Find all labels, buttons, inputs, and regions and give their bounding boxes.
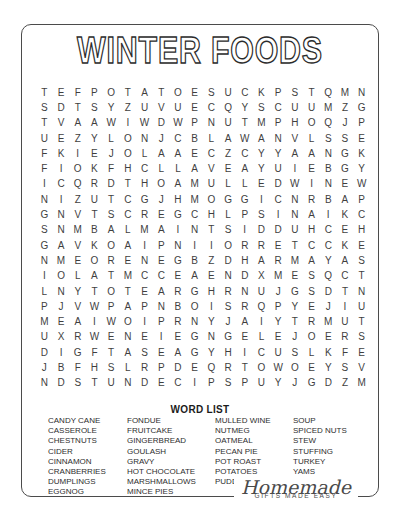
grid-cell[interactable]: I bbox=[86, 315, 103, 330]
grid-cell[interactable]: B bbox=[186, 253, 203, 268]
grid-cell[interactable]: V bbox=[69, 207, 86, 222]
grid-cell[interactable]: A bbox=[103, 223, 120, 238]
grid-cell[interactable]: W bbox=[136, 116, 153, 131]
grid-cell[interactable]: E bbox=[253, 177, 270, 192]
grid-cell[interactable]: T bbox=[120, 177, 137, 192]
grid-cell[interactable]: N bbox=[186, 315, 203, 330]
grid-cell[interactable]: E bbox=[153, 345, 170, 360]
grid-cell[interactable]: G bbox=[236, 192, 253, 207]
grid-cell[interactable]: A bbox=[170, 146, 187, 161]
grid-cell[interactable]: C bbox=[270, 192, 287, 207]
grid-cell[interactable]: L bbox=[120, 223, 137, 238]
grid-cell[interactable]: I bbox=[36, 269, 53, 284]
grid-cell[interactable]: W bbox=[86, 299, 103, 314]
grid-cell[interactable]: E bbox=[53, 131, 70, 146]
grid-cell[interactable]: T bbox=[353, 315, 370, 330]
grid-cell[interactable]: X bbox=[53, 330, 70, 345]
grid-cell[interactable]: C bbox=[303, 238, 320, 253]
grid-cell[interactable]: E bbox=[103, 330, 120, 345]
grid-cell[interactable]: E bbox=[353, 345, 370, 360]
grid-cell[interactable]: C bbox=[136, 162, 153, 177]
grid-cell[interactable]: G bbox=[186, 330, 203, 345]
grid-cell[interactable]: O bbox=[287, 360, 304, 375]
grid-cell[interactable]: M bbox=[253, 116, 270, 131]
grid-cell[interactable]: I bbox=[303, 177, 320, 192]
grid-cell[interactable]: G bbox=[186, 345, 203, 360]
grid-cell[interactable]: M bbox=[53, 253, 70, 268]
grid-cell[interactable]: G bbox=[36, 207, 53, 222]
grid-cell[interactable]: M bbox=[353, 376, 370, 391]
grid-cell[interactable]: S bbox=[136, 345, 153, 360]
grid-cell[interactable]: S bbox=[337, 131, 354, 146]
grid-cell[interactable]: Y bbox=[287, 299, 304, 314]
grid-cell[interactable]: I bbox=[53, 162, 70, 177]
grid-cell[interactable]: E bbox=[220, 162, 237, 177]
grid-cell[interactable]: C bbox=[120, 207, 137, 222]
grid-cell[interactable]: G bbox=[136, 192, 153, 207]
grid-cell[interactable]: I bbox=[53, 192, 70, 207]
grid-cell[interactable]: C bbox=[320, 238, 337, 253]
grid-cell[interactable]: U bbox=[253, 284, 270, 299]
grid-cell[interactable]: N bbox=[320, 177, 337, 192]
grid-cell[interactable]: H bbox=[120, 162, 137, 177]
grid-cell[interactable]: M bbox=[186, 192, 203, 207]
grid-cell[interactable]: R bbox=[170, 284, 187, 299]
grid-cell[interactable]: P bbox=[353, 116, 370, 131]
grid-cell[interactable]: F bbox=[69, 360, 86, 375]
grid-cell[interactable]: L bbox=[220, 207, 237, 222]
grid-cell[interactable]: T bbox=[120, 85, 137, 100]
grid-cell[interactable]: U bbox=[36, 131, 53, 146]
grid-cell[interactable]: U bbox=[220, 116, 237, 131]
grid-cell[interactable]: Q bbox=[253, 299, 270, 314]
grid-cell[interactable]: O bbox=[203, 192, 220, 207]
grid-cell[interactable]: V bbox=[153, 100, 170, 115]
grid-cell[interactable]: G bbox=[170, 253, 187, 268]
grid-cell[interactable]: R bbox=[220, 284, 237, 299]
grid-cell[interactable]: P bbox=[136, 299, 153, 314]
grid-cell[interactable]: O bbox=[303, 116, 320, 131]
grid-cell[interactable]: M bbox=[287, 253, 304, 268]
grid-cell[interactable]: A bbox=[120, 238, 137, 253]
grid-cell[interactable]: E bbox=[270, 330, 287, 345]
grid-cell[interactable]: S bbox=[337, 360, 354, 375]
grid-cell[interactable]: S bbox=[220, 376, 237, 391]
grid-cell[interactable]: I bbox=[337, 299, 354, 314]
grid-cell[interactable]: A bbox=[253, 253, 270, 268]
grid-cell[interactable]: T bbox=[236, 360, 253, 375]
grid-cell[interactable]: S bbox=[36, 100, 53, 115]
grid-cell[interactable]: O bbox=[53, 269, 70, 284]
grid-cell[interactable]: A bbox=[236, 162, 253, 177]
grid-cell[interactable]: I bbox=[320, 207, 337, 222]
grid-cell[interactable]: I bbox=[120, 116, 137, 131]
grid-cell[interactable]: S bbox=[353, 253, 370, 268]
grid-cell[interactable]: A bbox=[153, 223, 170, 238]
grid-cell[interactable]: S bbox=[69, 376, 86, 391]
grid-cell[interactable]: T bbox=[236, 116, 253, 131]
grid-cell[interactable]: V bbox=[69, 299, 86, 314]
grid-cell[interactable]: I bbox=[203, 238, 220, 253]
grid-cell[interactable]: C bbox=[337, 269, 354, 284]
grid-cell[interactable]: T bbox=[303, 85, 320, 100]
grid-cell[interactable]: G bbox=[220, 192, 237, 207]
grid-cell[interactable]: S bbox=[220, 299, 237, 314]
grid-cell[interactable]: L bbox=[103, 131, 120, 146]
grid-cell[interactable]: R bbox=[236, 299, 253, 314]
grid-cell[interactable]: Y bbox=[203, 315, 220, 330]
grid-cell[interactable]: W bbox=[353, 177, 370, 192]
word-search-grid[interactable]: TEFPOTATOESUCKPSTQMNSDTSYZUVUECQYSCUUMZG… bbox=[36, 85, 370, 391]
grid-cell[interactable]: S bbox=[220, 223, 237, 238]
grid-cell[interactable]: E bbox=[136, 330, 153, 345]
grid-cell[interactable]: N bbox=[287, 207, 304, 222]
grid-cell[interactable]: U bbox=[303, 100, 320, 115]
grid-cell[interactable]: I bbox=[287, 162, 304, 177]
grid-cell[interactable]: S bbox=[303, 284, 320, 299]
grid-cell[interactable]: I bbox=[253, 315, 270, 330]
grid-cell[interactable]: N bbox=[53, 207, 70, 222]
grid-cell[interactable]: F bbox=[86, 345, 103, 360]
grid-cell[interactable]: W bbox=[170, 116, 187, 131]
grid-cell[interactable]: D bbox=[270, 177, 287, 192]
grid-cell[interactable]: C bbox=[203, 100, 220, 115]
grid-cell[interactable]: I bbox=[253, 192, 270, 207]
grid-cell[interactable]: A bbox=[136, 85, 153, 100]
grid-cell[interactable]: G bbox=[287, 284, 304, 299]
grid-cell[interactable]: J bbox=[320, 299, 337, 314]
grid-cell[interactable]: O bbox=[120, 146, 137, 161]
grid-cell[interactable]: G bbox=[337, 162, 354, 177]
grid-cell[interactable]: E bbox=[53, 85, 70, 100]
grid-cell[interactable]: M bbox=[36, 315, 53, 330]
grid-cell[interactable]: T bbox=[337, 284, 354, 299]
grid-cell[interactable]: K bbox=[337, 207, 354, 222]
grid-cell[interactable]: I bbox=[203, 299, 220, 314]
grid-cell[interactable]: E bbox=[153, 376, 170, 391]
grid-cell[interactable]: J bbox=[153, 192, 170, 207]
grid-cell[interactable]: Y bbox=[236, 100, 253, 115]
grid-cell[interactable]: I bbox=[186, 238, 203, 253]
grid-cell[interactable]: R bbox=[103, 253, 120, 268]
grid-cell[interactable]: M bbox=[337, 85, 354, 100]
grid-cell[interactable]: N bbox=[220, 269, 237, 284]
grid-cell[interactable]: T bbox=[69, 100, 86, 115]
grid-cell[interactable]: W bbox=[103, 315, 120, 330]
grid-cell[interactable]: S bbox=[353, 330, 370, 345]
grid-cell[interactable]: C bbox=[170, 131, 187, 146]
grid-cell[interactable]: P bbox=[186, 116, 203, 131]
grid-cell[interactable]: N bbox=[153, 299, 170, 314]
grid-cell[interactable]: E bbox=[320, 330, 337, 345]
grid-cell[interactable]: O bbox=[120, 131, 137, 146]
grid-cell[interactable]: P bbox=[86, 85, 103, 100]
grid-cell[interactable]: Z bbox=[120, 100, 137, 115]
grid-cell[interactable]: J bbox=[53, 299, 70, 314]
grid-cell[interactable]: O bbox=[103, 85, 120, 100]
grid-cell[interactable]: K bbox=[337, 238, 354, 253]
grid-cell[interactable]: S bbox=[303, 269, 320, 284]
grid-cell[interactable]: U bbox=[337, 315, 354, 330]
grid-cell[interactable]: N bbox=[136, 253, 153, 268]
grid-cell[interactable]: E bbox=[353, 238, 370, 253]
grid-cell[interactable]: B bbox=[86, 223, 103, 238]
grid-cell[interactable]: L bbox=[36, 284, 53, 299]
grid-cell[interactable]: A bbox=[120, 345, 137, 360]
grid-cell[interactable]: F bbox=[36, 146, 53, 161]
grid-cell[interactable]: Y bbox=[253, 146, 270, 161]
grid-cell[interactable]: V bbox=[69, 238, 86, 253]
grid-cell[interactable]: N bbox=[287, 192, 304, 207]
grid-cell[interactable]: O bbox=[303, 330, 320, 345]
grid-cell[interactable]: W bbox=[103, 116, 120, 131]
grid-cell[interactable]: Z bbox=[69, 131, 86, 146]
grid-cell[interactable]: O bbox=[153, 177, 170, 192]
grid-cell[interactable]: E bbox=[337, 177, 354, 192]
grid-cell[interactable]: A bbox=[86, 116, 103, 131]
grid-cell[interactable]: T bbox=[103, 269, 120, 284]
grid-cell[interactable]: S bbox=[103, 360, 120, 375]
grid-cell[interactable]: T bbox=[86, 284, 103, 299]
grid-cell[interactable]: E bbox=[153, 207, 170, 222]
grid-cell[interactable]: L bbox=[203, 131, 220, 146]
grid-cell[interactable]: E bbox=[337, 223, 354, 238]
grid-cell[interactable]: H bbox=[136, 177, 153, 192]
grid-cell[interactable]: R bbox=[303, 315, 320, 330]
grid-cell[interactable]: Y bbox=[320, 360, 337, 375]
grid-cell[interactable]: Y bbox=[270, 376, 287, 391]
grid-cell[interactable]: H bbox=[203, 284, 220, 299]
grid-cell[interactable]: I bbox=[53, 345, 70, 360]
grid-cell[interactable]: E bbox=[186, 85, 203, 100]
grid-cell[interactable]: Z bbox=[203, 253, 220, 268]
grid-cell[interactable]: O bbox=[253, 360, 270, 375]
grid-cell[interactable]: O bbox=[120, 315, 137, 330]
grid-cell[interactable]: K bbox=[320, 345, 337, 360]
grid-cell[interactable]: T bbox=[86, 207, 103, 222]
grid-cell[interactable]: M bbox=[136, 223, 153, 238]
grid-cell[interactable]: A bbox=[53, 238, 70, 253]
grid-cell[interactable]: D bbox=[36, 345, 53, 360]
grid-cell[interactable]: Q bbox=[220, 100, 237, 115]
grid-cell[interactable]: D bbox=[220, 253, 237, 268]
grid-cell[interactable]: O bbox=[170, 85, 187, 100]
grid-cell[interactable]: M bbox=[320, 315, 337, 330]
grid-cell[interactable]: A bbox=[253, 131, 270, 146]
grid-cell[interactable]: Q bbox=[203, 360, 220, 375]
grid-cell[interactable]: A bbox=[186, 162, 203, 177]
grid-cell[interactable]: K bbox=[53, 146, 70, 161]
grid-cell[interactable]: E bbox=[136, 284, 153, 299]
grid-cell[interactable]: A bbox=[186, 269, 203, 284]
grid-cell[interactable]: M bbox=[270, 269, 287, 284]
grid-cell[interactable]: D bbox=[270, 223, 287, 238]
grid-cell[interactable]: C bbox=[253, 345, 270, 360]
grid-cell[interactable]: C bbox=[120, 192, 137, 207]
grid-cell[interactable]: C bbox=[170, 376, 187, 391]
grid-cell[interactable]: L bbox=[170, 162, 187, 177]
grid-cell[interactable]: U bbox=[270, 345, 287, 360]
grid-cell[interactable]: F bbox=[337, 345, 354, 360]
grid-cell[interactable]: L bbox=[120, 360, 137, 375]
grid-cell[interactable]: L bbox=[253, 330, 270, 345]
grid-cell[interactable]: A bbox=[337, 253, 354, 268]
grid-cell[interactable]: T bbox=[203, 223, 220, 238]
grid-cell[interactable]: A bbox=[86, 269, 103, 284]
grid-cell[interactable]: J bbox=[287, 376, 304, 391]
grid-cell[interactable]: G bbox=[69, 345, 86, 360]
grid-cell[interactable]: P bbox=[353, 192, 370, 207]
grid-cell[interactable]: C bbox=[236, 146, 253, 161]
grid-cell[interactable]: E bbox=[270, 238, 287, 253]
grid-cell[interactable]: E bbox=[303, 360, 320, 375]
grid-cell[interactable]: N bbox=[270, 131, 287, 146]
grid-cell[interactable]: R bbox=[86, 177, 103, 192]
grid-cell[interactable]: G bbox=[170, 207, 187, 222]
grid-cell[interactable]: R bbox=[136, 207, 153, 222]
grid-cell[interactable]: Z bbox=[337, 376, 354, 391]
grid-cell[interactable]: E bbox=[53, 315, 70, 330]
grid-cell[interactable]: R bbox=[253, 238, 270, 253]
grid-cell[interactable]: R bbox=[270, 253, 287, 268]
grid-cell[interactable]: P bbox=[236, 376, 253, 391]
grid-cell[interactable]: C bbox=[236, 85, 253, 100]
grid-cell[interactable]: Y bbox=[103, 100, 120, 115]
grid-cell[interactable]: O bbox=[220, 238, 237, 253]
grid-cell[interactable]: A bbox=[170, 177, 187, 192]
grid-cell[interactable]: Y bbox=[353, 162, 370, 177]
grid-cell[interactable]: T bbox=[36, 116, 53, 131]
grid-cell[interactable]: E bbox=[186, 100, 203, 115]
grid-cell[interactable]: U bbox=[270, 162, 287, 177]
grid-cell[interactable]: U bbox=[170, 100, 187, 115]
grid-cell[interactable]: T bbox=[120, 284, 137, 299]
grid-cell[interactable]: M bbox=[320, 100, 337, 115]
grid-cell[interactable]: H bbox=[86, 360, 103, 375]
grid-cell[interactable]: H bbox=[287, 116, 304, 131]
grid-cell[interactable]: C bbox=[203, 146, 220, 161]
grid-cell[interactable]: A bbox=[303, 253, 320, 268]
grid-cell[interactable]: E bbox=[236, 330, 253, 345]
grid-cell[interactable]: B bbox=[170, 299, 187, 314]
grid-cell[interactable]: X bbox=[253, 269, 270, 284]
grid-cell[interactable]: N bbox=[36, 253, 53, 268]
grid-cell[interactable]: I bbox=[186, 376, 203, 391]
grid-cell[interactable]: D bbox=[136, 376, 153, 391]
grid-cell[interactable]: E bbox=[86, 146, 103, 161]
grid-cell[interactable]: K bbox=[86, 162, 103, 177]
grid-cell[interactable]: S bbox=[253, 100, 270, 115]
grid-cell[interactable]: Z bbox=[69, 192, 86, 207]
grid-cell[interactable]: N bbox=[186, 223, 203, 238]
grid-cell[interactable]: N bbox=[136, 131, 153, 146]
grid-cell[interactable]: O bbox=[103, 238, 120, 253]
grid-cell[interactable]: E bbox=[186, 146, 203, 161]
grid-cell[interactable]: H bbox=[203, 207, 220, 222]
grid-cell[interactable]: C bbox=[320, 223, 337, 238]
grid-cell[interactable]: P bbox=[270, 116, 287, 131]
grid-cell[interactable]: N bbox=[53, 223, 70, 238]
grid-cell[interactable]: D bbox=[153, 116, 170, 131]
grid-cell[interactable]: P bbox=[270, 299, 287, 314]
grid-cell[interactable]: D bbox=[320, 284, 337, 299]
grid-cell[interactable]: C bbox=[270, 100, 287, 115]
grid-cell[interactable]: E bbox=[69, 253, 86, 268]
grid-cell[interactable]: I bbox=[136, 315, 153, 330]
grid-cell[interactable]: H bbox=[353, 223, 370, 238]
grid-cell[interactable]: Z bbox=[220, 146, 237, 161]
grid-cell[interactable]: W bbox=[236, 131, 253, 146]
grid-cell[interactable]: U bbox=[287, 223, 304, 238]
grid-cell[interactable]: D bbox=[236, 269, 253, 284]
grid-cell[interactable]: V bbox=[353, 360, 370, 375]
grid-cell[interactable]: E bbox=[287, 269, 304, 284]
grid-cell[interactable]: N bbox=[236, 284, 253, 299]
grid-cell[interactable]: S bbox=[253, 207, 270, 222]
grid-cell[interactable]: G bbox=[186, 284, 203, 299]
grid-cell[interactable]: U bbox=[287, 100, 304, 115]
grid-cell[interactable]: L bbox=[69, 269, 86, 284]
grid-cell[interactable]: O bbox=[103, 284, 120, 299]
grid-cell[interactable]: N bbox=[320, 146, 337, 161]
grid-cell[interactable]: S bbox=[287, 85, 304, 100]
grid-cell[interactable]: N bbox=[120, 330, 137, 345]
grid-cell[interactable]: Q bbox=[69, 177, 86, 192]
grid-cell[interactable]: O bbox=[69, 162, 86, 177]
grid-cell[interactable]: T bbox=[103, 345, 120, 360]
grid-cell[interactable]: Z bbox=[337, 100, 354, 115]
grid-cell[interactable]: P bbox=[36, 299, 53, 314]
grid-cell[interactable]: B bbox=[320, 192, 337, 207]
grid-cell[interactable]: T bbox=[287, 238, 304, 253]
grid-cell[interactable]: E bbox=[170, 330, 187, 345]
grid-cell[interactable]: S bbox=[287, 345, 304, 360]
grid-cell[interactable]: U bbox=[103, 376, 120, 391]
grid-cell[interactable]: Y bbox=[69, 284, 86, 299]
grid-cell[interactable]: D bbox=[170, 360, 187, 375]
grid-cell[interactable]: V bbox=[287, 131, 304, 146]
grid-cell[interactable]: E bbox=[203, 269, 220, 284]
grid-cell[interactable]: Y bbox=[203, 345, 220, 360]
grid-cell[interactable]: I bbox=[170, 223, 187, 238]
grid-cell[interactable]: U bbox=[36, 330, 53, 345]
grid-cell[interactable]: J bbox=[337, 116, 354, 131]
grid-cell[interactable]: A bbox=[287, 146, 304, 161]
grid-cell[interactable]: H bbox=[220, 345, 237, 360]
grid-cell[interactable]: T bbox=[153, 85, 170, 100]
grid-cell[interactable]: L bbox=[303, 345, 320, 360]
grid-cell[interactable]: A bbox=[236, 315, 253, 330]
grid-cell[interactable]: S bbox=[203, 85, 220, 100]
grid-cell[interactable]: R bbox=[303, 192, 320, 207]
grid-cell[interactable]: K bbox=[86, 238, 103, 253]
grid-cell[interactable]: N bbox=[36, 192, 53, 207]
grid-cell[interactable]: N bbox=[36, 376, 53, 391]
grid-cell[interactable]: L bbox=[236, 177, 253, 192]
grid-cell[interactable]: U bbox=[253, 376, 270, 391]
grid-cell[interactable]: C bbox=[136, 269, 153, 284]
grid-cell[interactable]: I bbox=[69, 146, 86, 161]
grid-cell[interactable]: T bbox=[353, 269, 370, 284]
grid-cell[interactable]: J bbox=[287, 330, 304, 345]
grid-cell[interactable]: D bbox=[320, 376, 337, 391]
grid-cell[interactable]: W bbox=[86, 330, 103, 345]
grid-cell[interactable]: P bbox=[153, 360, 170, 375]
grid-cell[interactable]: L bbox=[220, 177, 237, 192]
grid-cell[interactable]: Y bbox=[86, 131, 103, 146]
grid-cell[interactable]: I bbox=[270, 207, 287, 222]
grid-cell[interactable]: M bbox=[120, 269, 137, 284]
